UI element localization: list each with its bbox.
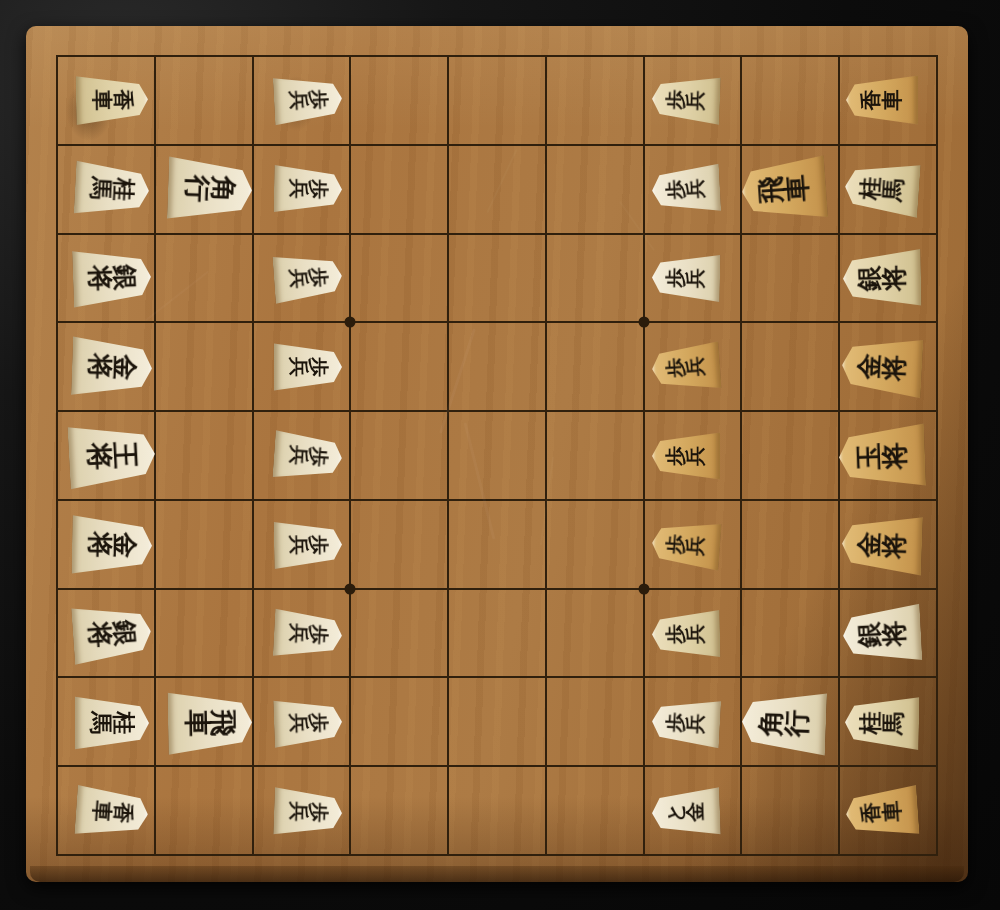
star-point — [639, 584, 650, 595]
board-cell[interactable] — [547, 57, 645, 146]
board-cell[interactable] — [449, 323, 547, 412]
piece-kanji: 兵 — [685, 535, 706, 556]
piece-kanji: 金 — [112, 532, 138, 558]
board-cell[interactable] — [742, 235, 840, 324]
star-point — [345, 584, 356, 595]
piece-kanji: 兵 — [288, 357, 308, 377]
piece-kanji: 車 — [882, 89, 903, 110]
piece-kanji: 将 — [86, 531, 112, 557]
board-cell[interactable] — [742, 57, 840, 146]
board-cell[interactable] — [449, 146, 547, 235]
piece-kanji: 銀 — [112, 264, 138, 291]
board-cell[interactable] — [547, 412, 645, 501]
piece-kanji: 兵 — [685, 713, 706, 734]
board-cell[interactable] — [547, 501, 645, 590]
piece-kanji: 車 — [783, 173, 811, 202]
piece-kanji: 馬 — [89, 176, 113, 200]
piece-kanji: 将 — [86, 265, 112, 292]
board-cell[interactable] — [351, 57, 449, 146]
piece-kanji: 兵 — [686, 623, 706, 643]
piece-kanji: 馬 — [882, 711, 905, 734]
piece-kanji: 将 — [85, 442, 113, 470]
photo-stage: 香車桂馬銀将金将王将金将銀将桂馬香車角行飛車歩兵歩兵歩兵歩兵歩兵歩兵歩兵歩兵歩兵… — [0, 0, 1000, 910]
board-cell[interactable] — [351, 590, 449, 679]
board-cell[interactable] — [449, 501, 547, 590]
board-cell[interactable] — [351, 323, 449, 412]
piece-kanji: 兵 — [288, 444, 309, 465]
board-cell[interactable] — [449, 57, 547, 146]
piece-kanji: 将 — [882, 264, 908, 290]
board-cell[interactable] — [156, 412, 254, 501]
piece-kanji: 車 — [881, 800, 903, 822]
board-cell[interactable] — [742, 323, 840, 412]
board-cell[interactable] — [351, 412, 449, 501]
piece-kanji: 角 — [210, 175, 237, 203]
piece-kanji: 兵 — [288, 178, 308, 198]
board-cell[interactable] — [156, 235, 254, 324]
board-cell[interactable] — [351, 235, 449, 324]
board-cell[interactable] — [742, 767, 840, 856]
piece-kanji: 兵 — [288, 268, 309, 289]
piece-kanji: 車 — [91, 89, 112, 110]
star-point — [345, 317, 356, 328]
board-cell[interactable] — [742, 501, 840, 590]
board-cell[interactable] — [547, 323, 645, 412]
piece-kanji: 兵 — [288, 535, 308, 555]
piece-kanji: 車 — [91, 800, 113, 822]
board-cell[interactable] — [449, 235, 547, 324]
shogi-board: 香車桂馬銀将金将王将金将銀将桂馬香車角行飛車歩兵歩兵歩兵歩兵歩兵歩兵歩兵歩兵歩兵… — [26, 26, 968, 882]
piece-kanji: 兵 — [686, 268, 706, 288]
board-cell[interactable] — [547, 678, 645, 767]
piece-kanji: 馬 — [881, 177, 905, 202]
star-point — [639, 317, 650, 328]
board-cell[interactable] — [742, 590, 840, 679]
piece-kanji: 行 — [183, 174, 210, 202]
piece-kanji: 将 — [882, 532, 908, 559]
board-cell[interactable] — [742, 412, 840, 501]
board-cell[interactable] — [547, 767, 645, 856]
piece-kanji: 桂 — [859, 711, 882, 734]
piece-kanji: 車 — [183, 709, 210, 736]
board-cell[interactable] — [351, 767, 449, 856]
piece-kanji: 桂 — [112, 711, 135, 734]
piece-kanji: 香 — [111, 801, 133, 823]
board-cell[interactable] — [156, 323, 254, 412]
board-cell[interactable] — [351, 678, 449, 767]
piece-kanji: 香 — [112, 89, 133, 110]
board-cell[interactable] — [156, 767, 254, 856]
board-cell[interactable] — [449, 767, 547, 856]
piece-kanji: 将 — [881, 619, 908, 646]
board-cell[interactable] — [547, 146, 645, 235]
board-cell[interactable] — [156, 57, 254, 146]
board-cell[interactable] — [547, 235, 645, 324]
piece-kanji: 金 — [112, 354, 138, 381]
piece-kanji: 兵 — [288, 90, 309, 111]
piece-kanji: 香 — [861, 89, 882, 110]
piece-kanji: 馬 — [89, 711, 112, 734]
piece-kanji: 将 — [86, 621, 113, 649]
piece-kanji: 将 — [86, 353, 112, 380]
board-cell[interactable] — [449, 590, 547, 679]
piece-kanji: 兵 — [288, 713, 308, 734]
board-cell[interactable] — [547, 590, 645, 679]
board-cell[interactable] — [156, 590, 254, 679]
piece-kanji: 将 — [881, 354, 908, 381]
board-cell[interactable] — [351, 146, 449, 235]
piece-kanji: 将 — [882, 441, 909, 469]
piece-kanji: 桂 — [111, 177, 135, 201]
board-cell[interactable] — [351, 501, 449, 590]
piece-kanji: 行 — [784, 709, 811, 737]
board-cell[interactable] — [449, 678, 547, 767]
piece-kanji: 兵 — [685, 177, 706, 198]
board-cell[interactable] — [449, 412, 547, 501]
piece-kanji: 兵 — [686, 446, 706, 466]
piece-kanji: 兵 — [288, 622, 309, 643]
piece-kanji: 兵 — [685, 355, 706, 376]
board-cell[interactable] — [156, 501, 254, 590]
piece-kanji: 兵 — [686, 90, 706, 111]
piece-kanji: 金 — [686, 801, 706, 822]
piece-kanji: 飛 — [210, 709, 237, 736]
piece-kanji: 兵 — [288, 801, 308, 822]
